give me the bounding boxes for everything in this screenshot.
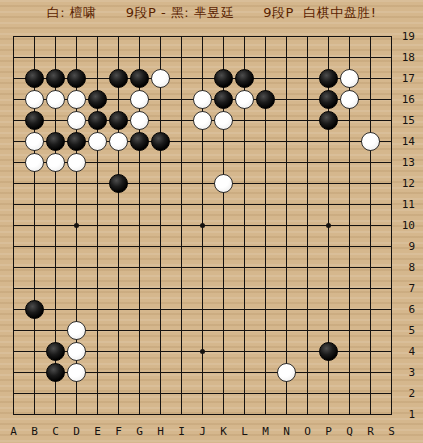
- intersection-L1[interactable]: [234, 404, 255, 425]
- intersection-I12[interactable]: [171, 173, 192, 194]
- intersection-G8[interactable]: [129, 257, 150, 278]
- intersection-E18[interactable]: [87, 47, 108, 68]
- intersection-C17[interactable]: [45, 68, 66, 89]
- intersection-Q18[interactable]: [339, 47, 360, 68]
- intersection-K3[interactable]: [213, 362, 234, 383]
- intersection-P15[interactable]: [318, 110, 339, 131]
- intersection-K14[interactable]: [213, 131, 234, 152]
- intersection-K9[interactable]: [213, 236, 234, 257]
- intersection-F11[interactable]: [108, 194, 129, 215]
- intersection-J16[interactable]: [192, 89, 213, 110]
- intersection-G16[interactable]: [129, 89, 150, 110]
- intersection-H16[interactable]: [150, 89, 171, 110]
- intersection-N13[interactable]: [276, 152, 297, 173]
- intersection-F7[interactable]: [108, 278, 129, 299]
- intersection-N17[interactable]: [276, 68, 297, 89]
- intersection-P1[interactable]: [318, 404, 339, 425]
- intersection-N10[interactable]: [276, 215, 297, 236]
- intersection-M7[interactable]: [255, 278, 276, 299]
- intersection-N19[interactable]: [276, 26, 297, 47]
- intersection-H4[interactable]: [150, 341, 171, 362]
- intersection-C8[interactable]: [45, 257, 66, 278]
- intersection-A8[interactable]: [3, 257, 24, 278]
- intersection-A5[interactable]: [3, 320, 24, 341]
- intersection-C2[interactable]: [45, 383, 66, 404]
- intersection-F1[interactable]: [108, 404, 129, 425]
- intersection-D12[interactable]: [66, 173, 87, 194]
- intersection-J9[interactable]: [192, 236, 213, 257]
- intersection-J12[interactable]: [192, 173, 213, 194]
- intersection-P18[interactable]: [318, 47, 339, 68]
- intersection-C15[interactable]: [45, 110, 66, 131]
- intersection-R15[interactable]: [360, 110, 381, 131]
- intersection-I14[interactable]: [171, 131, 192, 152]
- intersection-A1[interactable]: [3, 404, 24, 425]
- intersection-M13[interactable]: [255, 152, 276, 173]
- intersection-E12[interactable]: [87, 173, 108, 194]
- intersection-O12[interactable]: [297, 173, 318, 194]
- intersection-R9[interactable]: [360, 236, 381, 257]
- intersection-A12[interactable]: [3, 173, 24, 194]
- intersection-F3[interactable]: [108, 362, 129, 383]
- intersection-O4[interactable]: [297, 341, 318, 362]
- intersection-J7[interactable]: [192, 278, 213, 299]
- intersection-M5[interactable]: [255, 320, 276, 341]
- intersection-R8[interactable]: [360, 257, 381, 278]
- intersection-L5[interactable]: [234, 320, 255, 341]
- intersection-G19[interactable]: [129, 26, 150, 47]
- intersection-O15[interactable]: [297, 110, 318, 131]
- intersection-K6[interactable]: [213, 299, 234, 320]
- intersection-D18[interactable]: [66, 47, 87, 68]
- intersection-I2[interactable]: [171, 383, 192, 404]
- intersection-B14[interactable]: [24, 131, 45, 152]
- intersection-R11[interactable]: [360, 194, 381, 215]
- intersection-C12[interactable]: [45, 173, 66, 194]
- intersection-C1[interactable]: [45, 404, 66, 425]
- intersection-C14[interactable]: [45, 131, 66, 152]
- intersection-R2[interactable]: [360, 383, 381, 404]
- intersection-O5[interactable]: [297, 320, 318, 341]
- intersection-R10[interactable]: [360, 215, 381, 236]
- intersection-J4[interactable]: [192, 341, 213, 362]
- intersection-L15[interactable]: [234, 110, 255, 131]
- intersection-K15[interactable]: [213, 110, 234, 131]
- intersection-M8[interactable]: [255, 257, 276, 278]
- intersection-B8[interactable]: [24, 257, 45, 278]
- intersection-B17[interactable]: [24, 68, 45, 89]
- intersection-L4[interactable]: [234, 341, 255, 362]
- intersection-D10[interactable]: [66, 215, 87, 236]
- intersection-R18[interactable]: [360, 47, 381, 68]
- intersection-D8[interactable]: [66, 257, 87, 278]
- intersection-H12[interactable]: [150, 173, 171, 194]
- intersection-O9[interactable]: [297, 236, 318, 257]
- intersection-P10[interactable]: [318, 215, 339, 236]
- intersection-M10[interactable]: [255, 215, 276, 236]
- intersection-F19[interactable]: [108, 26, 129, 47]
- intersection-E19[interactable]: [87, 26, 108, 47]
- intersection-F10[interactable]: [108, 215, 129, 236]
- intersection-B7[interactable]: [24, 278, 45, 299]
- intersection-I3[interactable]: [171, 362, 192, 383]
- intersection-B15[interactable]: [24, 110, 45, 131]
- intersection-B12[interactable]: [24, 173, 45, 194]
- intersection-J3[interactable]: [192, 362, 213, 383]
- intersection-K17[interactable]: [213, 68, 234, 89]
- intersection-A11[interactable]: [3, 194, 24, 215]
- intersection-G14[interactable]: [129, 131, 150, 152]
- intersection-K7[interactable]: [213, 278, 234, 299]
- intersection-Q7[interactable]: [339, 278, 360, 299]
- intersection-Q17[interactable]: [339, 68, 360, 89]
- intersection-G12[interactable]: [129, 173, 150, 194]
- intersection-F17[interactable]: [108, 68, 129, 89]
- intersection-P6[interactable]: [318, 299, 339, 320]
- intersection-F14[interactable]: [108, 131, 129, 152]
- intersection-Q2[interactable]: [339, 383, 360, 404]
- intersection-N1[interactable]: [276, 404, 297, 425]
- intersection-P14[interactable]: [318, 131, 339, 152]
- intersection-Q1[interactable]: [339, 404, 360, 425]
- intersection-A13[interactable]: [3, 152, 24, 173]
- intersection-Q11[interactable]: [339, 194, 360, 215]
- intersection-B13[interactable]: [24, 152, 45, 173]
- intersection-B11[interactable]: [24, 194, 45, 215]
- intersection-E10[interactable]: [87, 215, 108, 236]
- intersection-O19[interactable]: [297, 26, 318, 47]
- intersection-K11[interactable]: [213, 194, 234, 215]
- intersection-J10[interactable]: [192, 215, 213, 236]
- intersection-M16[interactable]: [255, 89, 276, 110]
- intersection-Q9[interactable]: [339, 236, 360, 257]
- intersection-F4[interactable]: [108, 341, 129, 362]
- intersection-H17[interactable]: [150, 68, 171, 89]
- intersection-K4[interactable]: [213, 341, 234, 362]
- intersection-H15[interactable]: [150, 110, 171, 131]
- intersection-B4[interactable]: [24, 341, 45, 362]
- intersection-A10[interactable]: [3, 215, 24, 236]
- intersection-L6[interactable]: [234, 299, 255, 320]
- intersection-A4[interactable]: [3, 341, 24, 362]
- intersection-A7[interactable]: [3, 278, 24, 299]
- intersection-I17[interactable]: [171, 68, 192, 89]
- intersection-O18[interactable]: [297, 47, 318, 68]
- intersection-D15[interactable]: [66, 110, 87, 131]
- intersection-E2[interactable]: [87, 383, 108, 404]
- intersection-M12[interactable]: [255, 173, 276, 194]
- intersection-R5[interactable]: [360, 320, 381, 341]
- intersection-Q12[interactable]: [339, 173, 360, 194]
- intersection-R1[interactable]: [360, 404, 381, 425]
- intersection-R4[interactable]: [360, 341, 381, 362]
- intersection-A19[interactable]: [3, 26, 24, 47]
- intersection-L2[interactable]: [234, 383, 255, 404]
- intersection-C16[interactable]: [45, 89, 66, 110]
- intersection-I11[interactable]: [171, 194, 192, 215]
- intersection-J5[interactable]: [192, 320, 213, 341]
- intersection-D13[interactable]: [66, 152, 87, 173]
- intersection-I5[interactable]: [171, 320, 192, 341]
- intersection-D19[interactable]: [66, 26, 87, 47]
- intersection-M3[interactable]: [255, 362, 276, 383]
- intersection-P7[interactable]: [318, 278, 339, 299]
- intersection-P5[interactable]: [318, 320, 339, 341]
- intersection-C9[interactable]: [45, 236, 66, 257]
- intersection-R3[interactable]: [360, 362, 381, 383]
- intersection-N6[interactable]: [276, 299, 297, 320]
- intersection-F5[interactable]: [108, 320, 129, 341]
- intersection-M18[interactable]: [255, 47, 276, 68]
- intersection-B2[interactable]: [24, 383, 45, 404]
- intersection-N11[interactable]: [276, 194, 297, 215]
- intersection-D7[interactable]: [66, 278, 87, 299]
- intersection-E4[interactable]: [87, 341, 108, 362]
- intersection-J19[interactable]: [192, 26, 213, 47]
- intersection-H19[interactable]: [150, 26, 171, 47]
- intersection-R16[interactable]: [360, 89, 381, 110]
- intersection-H8[interactable]: [150, 257, 171, 278]
- intersection-N2[interactable]: [276, 383, 297, 404]
- intersection-N8[interactable]: [276, 257, 297, 278]
- intersection-H5[interactable]: [150, 320, 171, 341]
- intersection-A6[interactable]: [3, 299, 24, 320]
- intersection-H1[interactable]: [150, 404, 171, 425]
- intersection-C10[interactable]: [45, 215, 66, 236]
- intersection-Q5[interactable]: [339, 320, 360, 341]
- intersection-Q15[interactable]: [339, 110, 360, 131]
- intersection-A16[interactable]: [3, 89, 24, 110]
- intersection-D4[interactable]: [66, 341, 87, 362]
- intersection-E9[interactable]: [87, 236, 108, 257]
- intersection-A18[interactable]: [3, 47, 24, 68]
- intersection-L10[interactable]: [234, 215, 255, 236]
- intersection-N14[interactable]: [276, 131, 297, 152]
- intersection-Q8[interactable]: [339, 257, 360, 278]
- intersection-E8[interactable]: [87, 257, 108, 278]
- intersection-B3[interactable]: [24, 362, 45, 383]
- intersection-H14[interactable]: [150, 131, 171, 152]
- intersection-G10[interactable]: [129, 215, 150, 236]
- intersection-I6[interactable]: [171, 299, 192, 320]
- intersection-Q16[interactable]: [339, 89, 360, 110]
- intersection-H6[interactable]: [150, 299, 171, 320]
- intersection-R6[interactable]: [360, 299, 381, 320]
- intersection-C18[interactable]: [45, 47, 66, 68]
- intersection-I18[interactable]: [171, 47, 192, 68]
- intersection-I16[interactable]: [171, 89, 192, 110]
- intersection-Q10[interactable]: [339, 215, 360, 236]
- intersection-L13[interactable]: [234, 152, 255, 173]
- intersection-D14[interactable]: [66, 131, 87, 152]
- intersection-Q14[interactable]: [339, 131, 360, 152]
- intersection-F15[interactable]: [108, 110, 129, 131]
- intersection-F16[interactable]: [108, 89, 129, 110]
- intersection-E17[interactable]: [87, 68, 108, 89]
- intersection-L8[interactable]: [234, 257, 255, 278]
- intersection-H18[interactable]: [150, 47, 171, 68]
- intersection-B9[interactable]: [24, 236, 45, 257]
- intersection-B19[interactable]: [24, 26, 45, 47]
- intersection-P11[interactable]: [318, 194, 339, 215]
- intersection-F13[interactable]: [108, 152, 129, 173]
- intersection-K12[interactable]: [213, 173, 234, 194]
- intersection-H2[interactable]: [150, 383, 171, 404]
- intersection-H9[interactable]: [150, 236, 171, 257]
- intersection-K13[interactable]: [213, 152, 234, 173]
- intersection-O14[interactable]: [297, 131, 318, 152]
- intersection-J2[interactable]: [192, 383, 213, 404]
- intersection-Q6[interactable]: [339, 299, 360, 320]
- intersection-L11[interactable]: [234, 194, 255, 215]
- intersection-A14[interactable]: [3, 131, 24, 152]
- intersection-N5[interactable]: [276, 320, 297, 341]
- intersection-D9[interactable]: [66, 236, 87, 257]
- intersection-N18[interactable]: [276, 47, 297, 68]
- intersection-I15[interactable]: [171, 110, 192, 131]
- intersection-O3[interactable]: [297, 362, 318, 383]
- intersection-B6[interactable]: [24, 299, 45, 320]
- intersection-R19[interactable]: [360, 26, 381, 47]
- intersection-Q4[interactable]: [339, 341, 360, 362]
- intersection-J15[interactable]: [192, 110, 213, 131]
- intersection-E15[interactable]: [87, 110, 108, 131]
- intersection-G2[interactable]: [129, 383, 150, 404]
- intersection-I10[interactable]: [171, 215, 192, 236]
- intersection-P2[interactable]: [318, 383, 339, 404]
- intersection-K10[interactable]: [213, 215, 234, 236]
- intersection-E3[interactable]: [87, 362, 108, 383]
- intersection-F9[interactable]: [108, 236, 129, 257]
- intersection-K16[interactable]: [213, 89, 234, 110]
- intersection-M19[interactable]: [255, 26, 276, 47]
- intersection-C19[interactable]: [45, 26, 66, 47]
- intersection-M17[interactable]: [255, 68, 276, 89]
- intersection-F12[interactable]: [108, 173, 129, 194]
- intersection-C13[interactable]: [45, 152, 66, 173]
- intersection-O7[interactable]: [297, 278, 318, 299]
- intersection-G7[interactable]: [129, 278, 150, 299]
- intersection-I13[interactable]: [171, 152, 192, 173]
- intersection-E13[interactable]: [87, 152, 108, 173]
- intersection-D16[interactable]: [66, 89, 87, 110]
- intersection-J6[interactable]: [192, 299, 213, 320]
- intersection-E7[interactable]: [87, 278, 108, 299]
- intersection-B18[interactable]: [24, 47, 45, 68]
- intersection-J11[interactable]: [192, 194, 213, 215]
- intersection-N3[interactable]: [276, 362, 297, 383]
- intersection-G1[interactable]: [129, 404, 150, 425]
- intersection-O16[interactable]: [297, 89, 318, 110]
- intersection-D1[interactable]: [66, 404, 87, 425]
- intersection-L16[interactable]: [234, 89, 255, 110]
- intersection-G4[interactable]: [129, 341, 150, 362]
- intersection-I9[interactable]: [171, 236, 192, 257]
- intersection-K18[interactable]: [213, 47, 234, 68]
- intersection-G15[interactable]: [129, 110, 150, 131]
- intersection-G11[interactable]: [129, 194, 150, 215]
- intersection-L12[interactable]: [234, 173, 255, 194]
- intersection-R13[interactable]: [360, 152, 381, 173]
- intersection-G3[interactable]: [129, 362, 150, 383]
- intersection-L14[interactable]: [234, 131, 255, 152]
- intersection-P17[interactable]: [318, 68, 339, 89]
- intersection-J18[interactable]: [192, 47, 213, 68]
- intersection-N15[interactable]: [276, 110, 297, 131]
- intersection-R14[interactable]: [360, 131, 381, 152]
- intersection-A2[interactable]: [3, 383, 24, 404]
- intersection-E16[interactable]: [87, 89, 108, 110]
- intersection-D6[interactable]: [66, 299, 87, 320]
- intersection-N16[interactable]: [276, 89, 297, 110]
- intersection-R7[interactable]: [360, 278, 381, 299]
- intersection-J13[interactable]: [192, 152, 213, 173]
- intersection-H11[interactable]: [150, 194, 171, 215]
- intersection-C3[interactable]: [45, 362, 66, 383]
- intersection-I1[interactable]: [171, 404, 192, 425]
- intersection-O13[interactable]: [297, 152, 318, 173]
- intersection-G17[interactable]: [129, 68, 150, 89]
- intersection-P9[interactable]: [318, 236, 339, 257]
- intersection-G18[interactable]: [129, 47, 150, 68]
- intersection-M14[interactable]: [255, 131, 276, 152]
- intersection-J8[interactable]: [192, 257, 213, 278]
- intersection-Q13[interactable]: [339, 152, 360, 173]
- intersection-I4[interactable]: [171, 341, 192, 362]
- intersection-P3[interactable]: [318, 362, 339, 383]
- intersection-A3[interactable]: [3, 362, 24, 383]
- intersection-P4[interactable]: [318, 341, 339, 362]
- intersection-K19[interactable]: [213, 26, 234, 47]
- intersection-N4[interactable]: [276, 341, 297, 362]
- intersection-E11[interactable]: [87, 194, 108, 215]
- intersection-I19[interactable]: [171, 26, 192, 47]
- intersection-E14[interactable]: [87, 131, 108, 152]
- intersection-I7[interactable]: [171, 278, 192, 299]
- intersection-G6[interactable]: [129, 299, 150, 320]
- intersection-A17[interactable]: [3, 68, 24, 89]
- intersection-Q3[interactable]: [339, 362, 360, 383]
- intersection-L19[interactable]: [234, 26, 255, 47]
- intersection-P8[interactable]: [318, 257, 339, 278]
- intersection-M4[interactable]: [255, 341, 276, 362]
- intersection-M15[interactable]: [255, 110, 276, 131]
- intersection-O10[interactable]: [297, 215, 318, 236]
- intersection-C7[interactable]: [45, 278, 66, 299]
- intersection-D11[interactable]: [66, 194, 87, 215]
- intersection-H13[interactable]: [150, 152, 171, 173]
- intersection-J14[interactable]: [192, 131, 213, 152]
- intersection-K1[interactable]: [213, 404, 234, 425]
- intersection-R12[interactable]: [360, 173, 381, 194]
- intersection-B1[interactable]: [24, 404, 45, 425]
- intersection-B16[interactable]: [24, 89, 45, 110]
- intersection-A9[interactable]: [3, 236, 24, 257]
- intersection-D2[interactable]: [66, 383, 87, 404]
- intersection-D3[interactable]: [66, 362, 87, 383]
- intersection-M11[interactable]: [255, 194, 276, 215]
- intersection-N7[interactable]: [276, 278, 297, 299]
- intersection-H3[interactable]: [150, 362, 171, 383]
- intersection-J17[interactable]: [192, 68, 213, 89]
- intersection-M2[interactable]: [255, 383, 276, 404]
- intersection-C4[interactable]: [45, 341, 66, 362]
- intersection-M9[interactable]: [255, 236, 276, 257]
- intersection-G13[interactable]: [129, 152, 150, 173]
- intersection-F2[interactable]: [108, 383, 129, 404]
- intersection-E1[interactable]: [87, 404, 108, 425]
- intersection-K8[interactable]: [213, 257, 234, 278]
